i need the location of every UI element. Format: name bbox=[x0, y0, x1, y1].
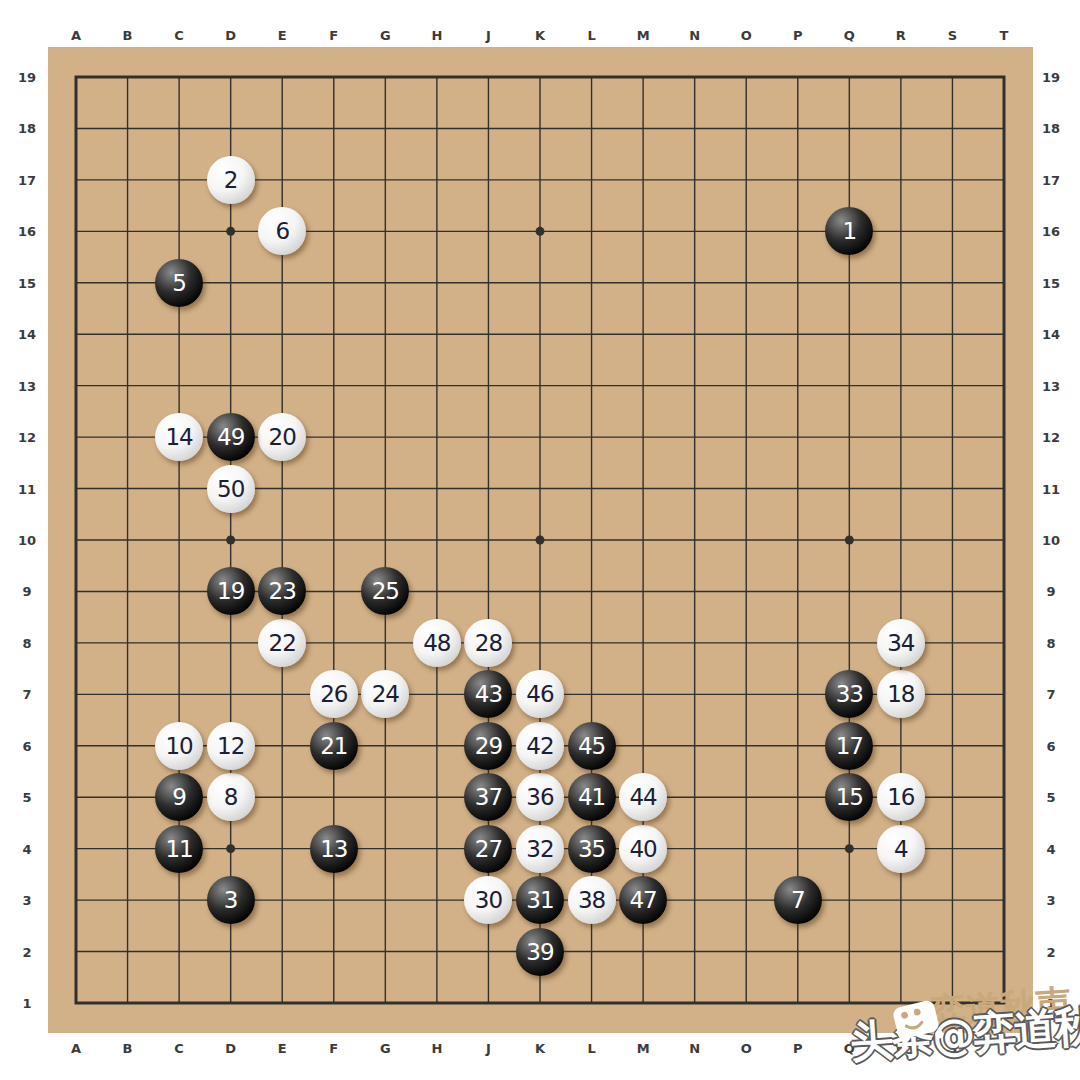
move-number: 44 bbox=[629, 784, 656, 810]
move-number: 22 bbox=[269, 630, 296, 656]
col-label-top-K: K bbox=[535, 28, 545, 43]
col-label-top-Q: Q bbox=[844, 28, 855, 43]
row-label-left-1: 1 bbox=[22, 995, 31, 1010]
stone-black-F4: 13 bbox=[310, 825, 358, 873]
col-label-bottom-L: L bbox=[587, 1041, 595, 1056]
stone-black-Q6: 17 bbox=[825, 722, 873, 770]
col-label-bottom-J: J bbox=[486, 1041, 491, 1056]
move-number: 36 bbox=[526, 784, 553, 810]
col-label-top-M: M bbox=[637, 28, 650, 43]
row-label-left-3: 3 bbox=[22, 893, 31, 908]
move-number: 16 bbox=[887, 784, 914, 810]
col-label-bottom-O: O bbox=[741, 1041, 752, 1056]
row-label-right-4: 4 bbox=[1046, 841, 1055, 856]
stone-black-D9: 19 bbox=[207, 567, 255, 615]
stone-white-M4: 40 bbox=[619, 825, 667, 873]
stone-black-E9: 23 bbox=[258, 567, 306, 615]
move-number: 50 bbox=[217, 476, 244, 502]
col-label-bottom-E: E bbox=[278, 1041, 287, 1056]
stone-black-Q5: 15 bbox=[825, 773, 873, 821]
move-number: 49 bbox=[217, 424, 244, 450]
move-number: 46 bbox=[526, 681, 553, 707]
row-label-left-15: 15 bbox=[18, 275, 36, 290]
row-label-right-15: 15 bbox=[1042, 275, 1060, 290]
move-number: 47 bbox=[629, 887, 656, 913]
stone-black-K2: 39 bbox=[516, 928, 564, 976]
move-number: 7 bbox=[791, 887, 805, 913]
stone-black-G9: 25 bbox=[361, 567, 409, 615]
row-label-left-19: 19 bbox=[18, 70, 36, 85]
stone-black-J5: 37 bbox=[464, 773, 512, 821]
row-label-right-8: 8 bbox=[1046, 635, 1055, 650]
move-number: 6 bbox=[275, 218, 289, 244]
col-label-top-G: G bbox=[380, 28, 391, 43]
row-label-left-10: 10 bbox=[18, 532, 36, 547]
move-number: 32 bbox=[526, 836, 553, 862]
move-number: 25 bbox=[372, 578, 399, 604]
col-label-bottom-R: R bbox=[896, 1041, 906, 1056]
move-number: 9 bbox=[172, 784, 186, 810]
col-label-top-F: F bbox=[329, 28, 338, 43]
move-number: 48 bbox=[423, 630, 450, 656]
move-number: 18 bbox=[887, 681, 914, 707]
stone-white-F7: 26 bbox=[310, 670, 358, 718]
row-label-left-4: 4 bbox=[22, 841, 31, 856]
col-label-top-T: T bbox=[1000, 28, 1009, 43]
row-label-right-18: 18 bbox=[1042, 121, 1060, 136]
stone-black-L4: 35 bbox=[568, 825, 616, 873]
stone-white-D11: 50 bbox=[207, 465, 255, 513]
row-label-right-17: 17 bbox=[1042, 172, 1060, 187]
move-number: 27 bbox=[475, 836, 502, 862]
row-label-right-16: 16 bbox=[1042, 224, 1060, 239]
row-label-right-3: 3 bbox=[1046, 893, 1055, 908]
stone-white-H8: 48 bbox=[413, 619, 461, 667]
move-number: 45 bbox=[578, 733, 605, 759]
col-label-bottom-Q: Q bbox=[844, 1041, 855, 1056]
row-label-right-1: 1 bbox=[1046, 995, 1055, 1010]
move-number: 15 bbox=[836, 784, 863, 810]
stone-black-J7: 43 bbox=[464, 670, 512, 718]
move-number: 24 bbox=[372, 681, 399, 707]
col-label-bottom-S: S bbox=[948, 1041, 957, 1056]
col-label-bottom-G: G bbox=[380, 1041, 391, 1056]
stone-black-L5: 41 bbox=[568, 773, 616, 821]
stone-black-L6: 45 bbox=[568, 722, 616, 770]
stone-white-R8: 34 bbox=[877, 619, 925, 667]
move-number: 38 bbox=[578, 887, 605, 913]
row-label-left-9: 9 bbox=[22, 584, 31, 599]
col-label-top-L: L bbox=[587, 28, 595, 43]
move-number: 5 bbox=[172, 270, 186, 296]
move-number: 12 bbox=[217, 733, 244, 759]
row-label-left-12: 12 bbox=[18, 430, 36, 445]
move-number: 40 bbox=[629, 836, 656, 862]
col-label-top-C: C bbox=[174, 28, 184, 43]
stone-white-R7: 18 bbox=[877, 670, 925, 718]
stone-white-C12: 14 bbox=[155, 413, 203, 461]
stone-black-D3: 3 bbox=[207, 876, 255, 924]
stone-white-C6: 10 bbox=[155, 722, 203, 770]
stone-white-E8: 22 bbox=[258, 619, 306, 667]
row-label-right-10: 10 bbox=[1042, 532, 1060, 547]
move-number: 20 bbox=[269, 424, 296, 450]
stone-black-J6: 29 bbox=[464, 722, 512, 770]
move-number: 41 bbox=[578, 784, 605, 810]
move-number: 37 bbox=[475, 784, 502, 810]
move-number: 39 bbox=[526, 939, 553, 965]
row-label-left-7: 7 bbox=[22, 687, 31, 702]
move-number: 21 bbox=[320, 733, 347, 759]
move-number: 33 bbox=[836, 681, 863, 707]
stone-white-R5: 16 bbox=[877, 773, 925, 821]
move-number: 8 bbox=[224, 784, 238, 810]
move-number: 11 bbox=[165, 836, 192, 862]
row-label-left-18: 18 bbox=[18, 121, 36, 136]
stone-black-C15: 5 bbox=[155, 259, 203, 307]
col-label-top-H: H bbox=[431, 28, 442, 43]
col-label-top-D: D bbox=[225, 28, 236, 43]
move-number: 1 bbox=[843, 218, 857, 244]
move-number: 26 bbox=[320, 681, 347, 707]
move-number: 17 bbox=[836, 733, 863, 759]
stone-white-K5: 36 bbox=[516, 773, 564, 821]
move-number: 28 bbox=[475, 630, 502, 656]
col-label-top-E: E bbox=[278, 28, 287, 43]
row-label-left-17: 17 bbox=[18, 172, 36, 187]
stone-black-J4: 27 bbox=[464, 825, 512, 873]
row-label-left-13: 13 bbox=[18, 378, 36, 393]
col-label-top-O: O bbox=[741, 28, 752, 43]
move-number: 30 bbox=[475, 887, 502, 913]
row-label-right-6: 6 bbox=[1046, 738, 1055, 753]
move-number: 3 bbox=[224, 887, 238, 913]
col-label-bottom-M: M bbox=[637, 1041, 650, 1056]
move-number: 10 bbox=[165, 733, 192, 759]
move-number: 29 bbox=[475, 733, 502, 759]
row-label-right-9: 9 bbox=[1046, 584, 1055, 599]
stone-black-C4: 11 bbox=[155, 825, 203, 873]
col-label-top-P: P bbox=[793, 28, 803, 43]
move-number: 2 bbox=[224, 167, 238, 193]
move-number: 43 bbox=[475, 681, 502, 707]
stone-white-K6: 42 bbox=[516, 722, 564, 770]
stone-white-M5: 44 bbox=[619, 773, 667, 821]
col-label-top-R: R bbox=[896, 28, 906, 43]
row-label-right-13: 13 bbox=[1042, 378, 1060, 393]
move-number: 19 bbox=[217, 578, 244, 604]
row-label-left-6: 6 bbox=[22, 738, 31, 753]
col-label-bottom-K: K bbox=[535, 1041, 545, 1056]
row-label-right-14: 14 bbox=[1042, 327, 1060, 342]
col-label-top-A: A bbox=[71, 28, 81, 43]
stone-white-J3: 30 bbox=[464, 876, 512, 924]
row-label-left-14: 14 bbox=[18, 327, 36, 342]
move-number: 14 bbox=[165, 424, 192, 450]
col-label-top-S: S bbox=[948, 28, 957, 43]
stone-white-D5: 8 bbox=[207, 773, 255, 821]
row-label-right-19: 19 bbox=[1042, 70, 1060, 85]
move-number: 4 bbox=[894, 836, 908, 862]
row-label-left-5: 5 bbox=[22, 790, 31, 805]
row-label-right-12: 12 bbox=[1042, 430, 1060, 445]
row-label-right-2: 2 bbox=[1046, 944, 1055, 959]
stone-black-Q7: 33 bbox=[825, 670, 873, 718]
col-label-bottom-P: P bbox=[793, 1041, 803, 1056]
row-label-right-11: 11 bbox=[1042, 481, 1060, 496]
stone-white-G7: 24 bbox=[361, 670, 409, 718]
stone-black-K3: 31 bbox=[516, 876, 564, 924]
col-label-bottom-T: T bbox=[1000, 1041, 1009, 1056]
stone-black-P3: 7 bbox=[774, 876, 822, 924]
stone-black-Q16: 1 bbox=[825, 207, 873, 255]
stones-layer: 1234567891011121314151617181920212223242… bbox=[0, 0, 1080, 1080]
col-label-bottom-C: C bbox=[174, 1041, 184, 1056]
col-label-top-B: B bbox=[123, 28, 133, 43]
row-label-left-11: 11 bbox=[18, 481, 36, 496]
stone-white-K7: 46 bbox=[516, 670, 564, 718]
stone-white-R4: 4 bbox=[877, 825, 925, 873]
move-number: 42 bbox=[526, 733, 553, 759]
row-label-right-5: 5 bbox=[1046, 790, 1055, 805]
move-number: 23 bbox=[269, 578, 296, 604]
stone-white-K4: 32 bbox=[516, 825, 564, 873]
move-number: 34 bbox=[887, 630, 914, 656]
stone-white-J8: 28 bbox=[464, 619, 512, 667]
stone-white-D6: 12 bbox=[207, 722, 255, 770]
row-label-right-7: 7 bbox=[1046, 687, 1055, 702]
stone-black-D12: 49 bbox=[207, 413, 255, 461]
col-label-bottom-D: D bbox=[225, 1041, 236, 1056]
stone-white-L3: 38 bbox=[568, 876, 616, 924]
col-label-top-J: J bbox=[486, 28, 491, 43]
stone-white-D17: 2 bbox=[207, 156, 255, 204]
stone-white-E16: 6 bbox=[258, 207, 306, 255]
col-label-bottom-H: H bbox=[431, 1041, 442, 1056]
col-label-bottom-F: F bbox=[329, 1041, 338, 1056]
col-label-top-N: N bbox=[689, 28, 700, 43]
move-number: 31 bbox=[526, 887, 553, 913]
page: AABBCCDDEEFFGGHHJJKKLLMMNNOOPPQQRRSSTT19… bbox=[0, 0, 1080, 1080]
stone-black-C5: 9 bbox=[155, 773, 203, 821]
row-label-left-2: 2 bbox=[22, 944, 31, 959]
stone-black-M3: 47 bbox=[619, 876, 667, 924]
move-number: 35 bbox=[578, 836, 605, 862]
stone-white-E12: 20 bbox=[258, 413, 306, 461]
row-label-left-16: 16 bbox=[18, 224, 36, 239]
stone-black-F6: 21 bbox=[310, 722, 358, 770]
col-label-bottom-B: B bbox=[123, 1041, 133, 1056]
row-label-left-8: 8 bbox=[22, 635, 31, 650]
col-label-bottom-A: A bbox=[71, 1041, 81, 1056]
move-number: 13 bbox=[320, 836, 347, 862]
col-label-bottom-N: N bbox=[689, 1041, 700, 1056]
